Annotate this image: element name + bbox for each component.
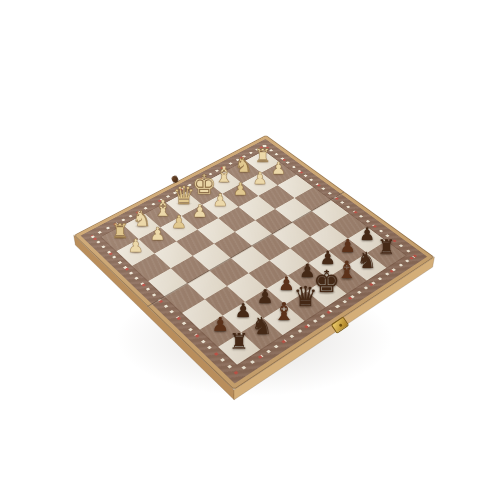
product-photo: ♜♞♟♝♟♚♟♛♟♝♟♞♟♜♟♟♟♟♜♟♞♟♝♟♚♟♛♟♝♟♞♜ — [0, 0, 500, 500]
scene — [124, 118, 380, 374]
play-area — [101, 151, 405, 365]
